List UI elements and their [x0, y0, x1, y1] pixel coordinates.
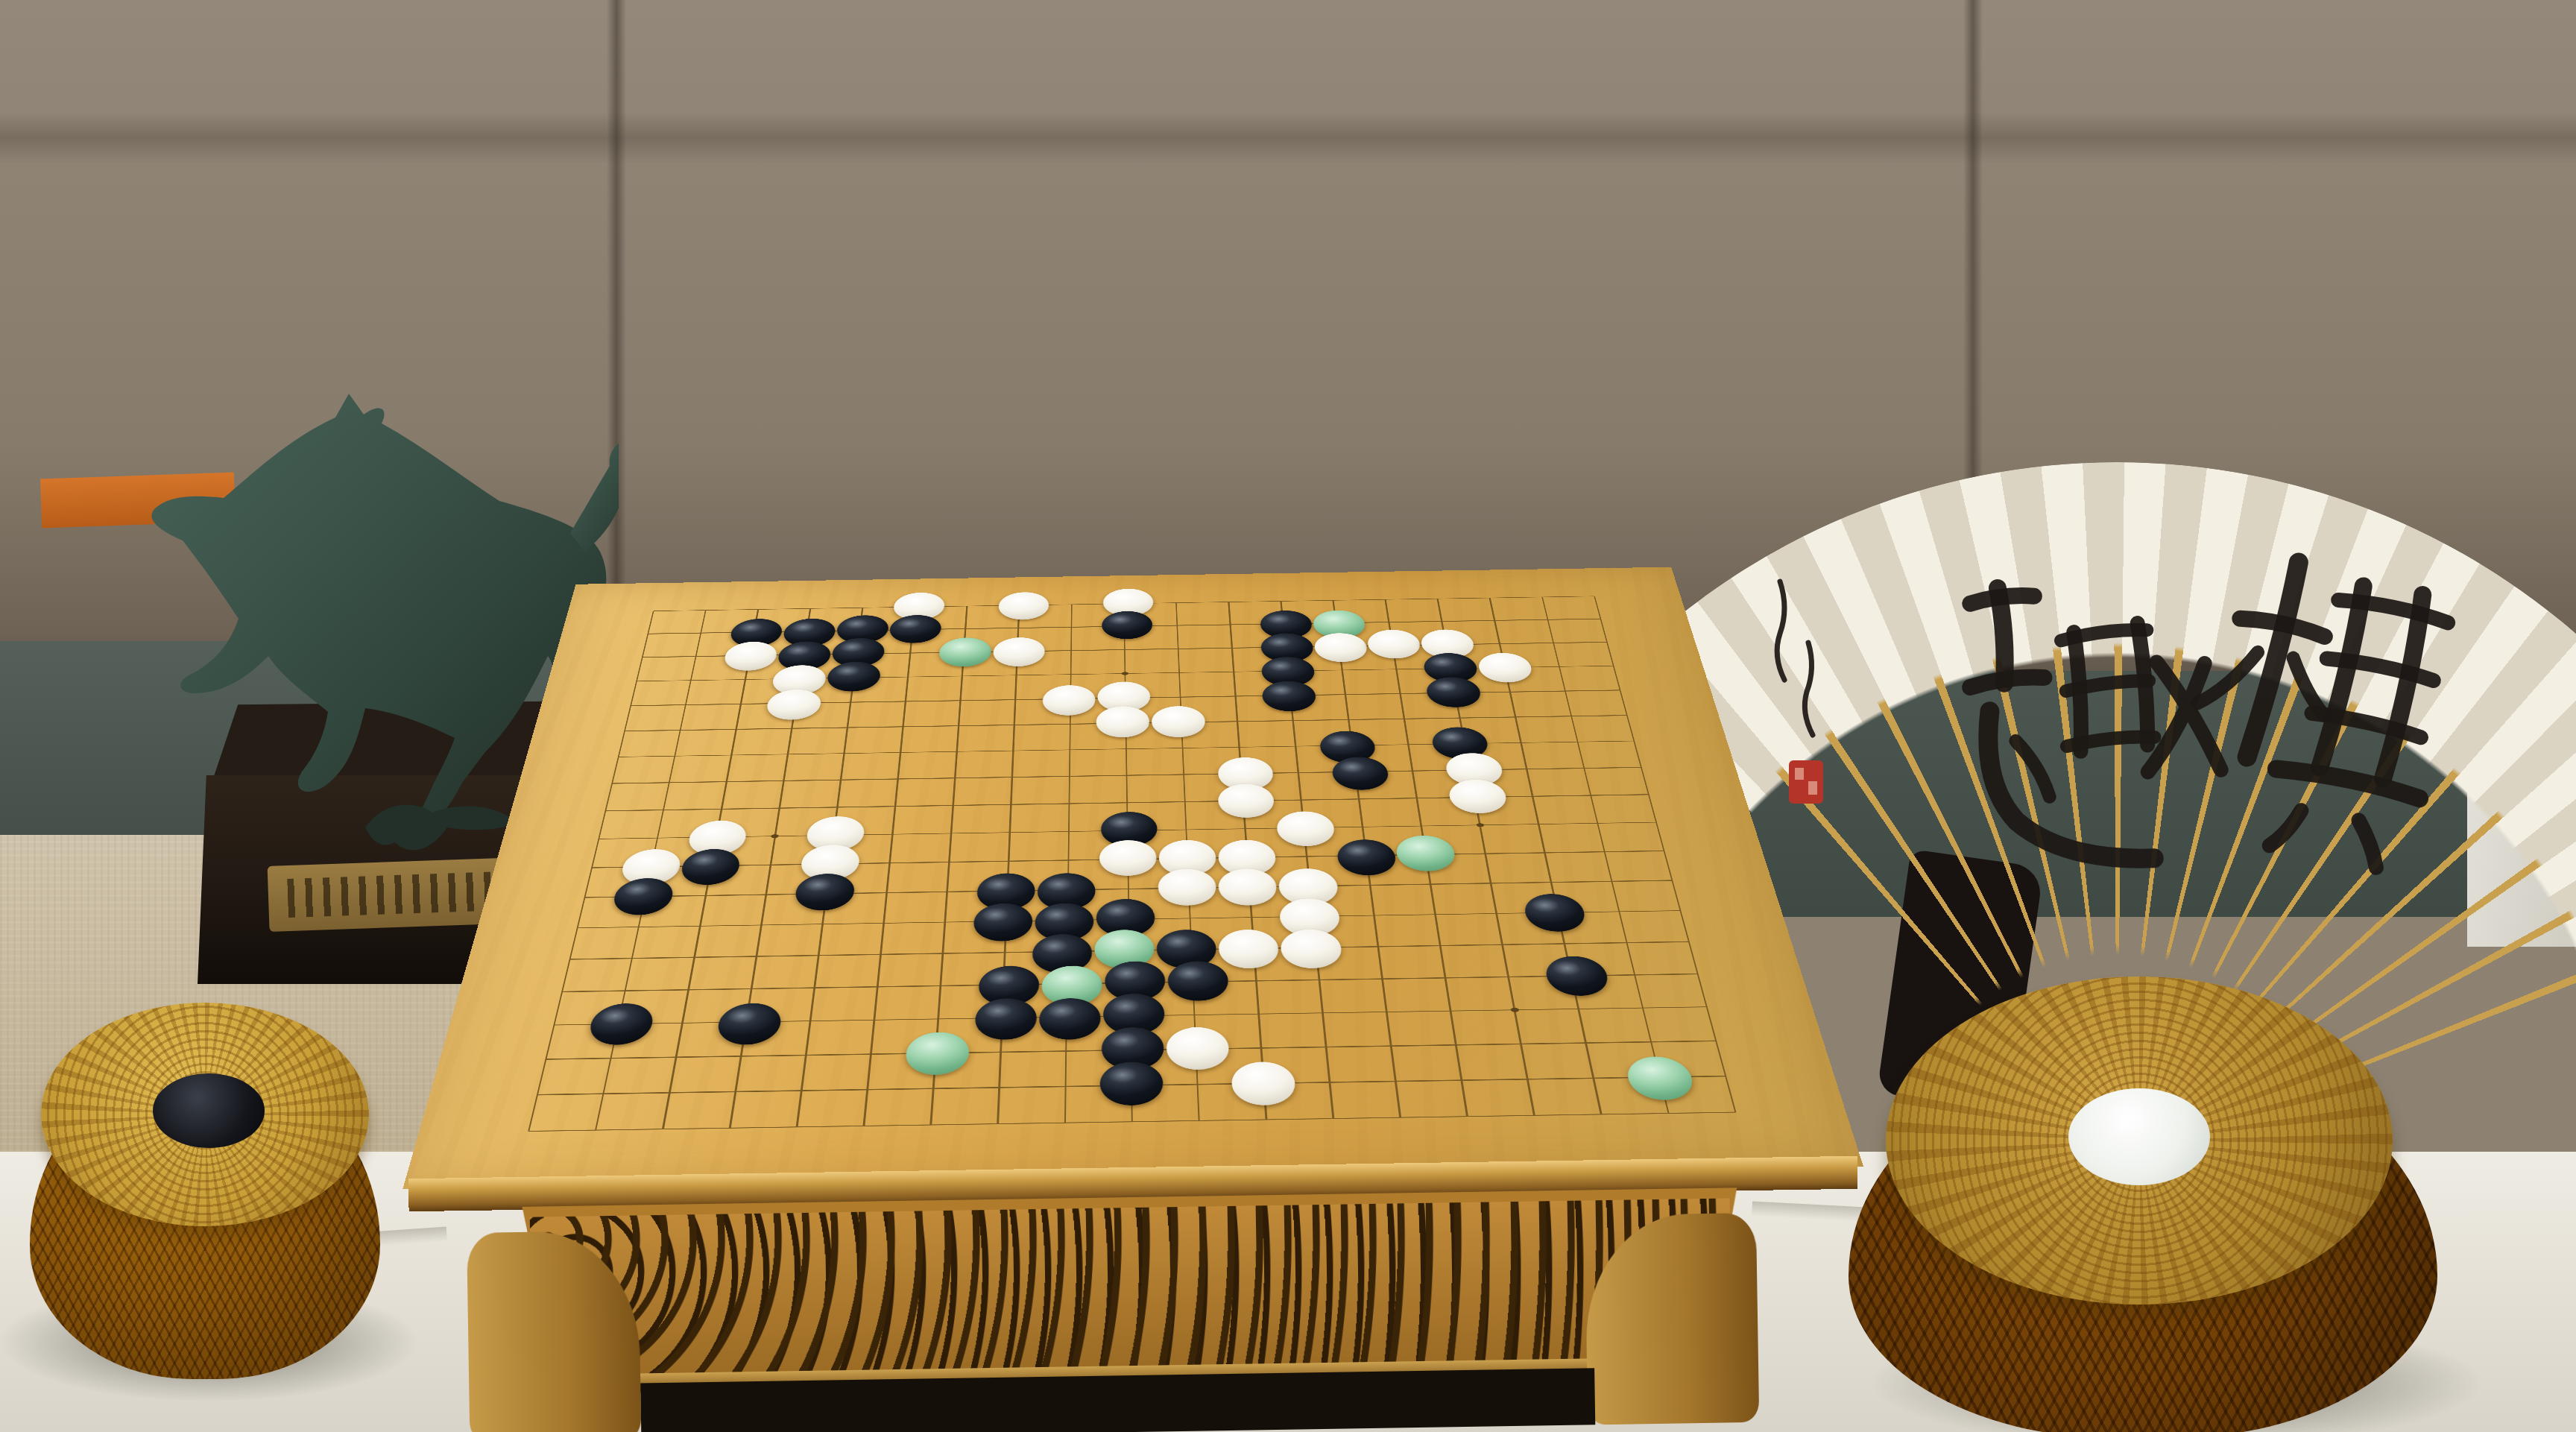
board-intersection[interactable] — [1409, 587, 1466, 611]
board-intersection[interactable] — [761, 1108, 833, 1146]
board-intersection[interactable] — [748, 794, 810, 822]
board-intersection[interactable] — [625, 1110, 699, 1148]
board-intersection[interactable] — [1623, 1059, 1697, 1096]
board-intersection[interactable] — [678, 851, 743, 880]
board-intersection[interactable] — [619, 622, 677, 646]
black-go-stone[interactable] — [1424, 677, 1483, 708]
board-intersection[interactable] — [1378, 731, 1439, 758]
board-intersection[interactable] — [1583, 654, 1644, 678]
board-intersection[interactable] — [896, 1106, 965, 1144]
board-intersection[interactable] — [1043, 686, 1098, 711]
board-intersection[interactable] — [728, 909, 795, 941]
board-intersection[interactable] — [1311, 634, 1368, 659]
stone-bowl-left[interactable] — [15, 962, 402, 1424]
board-intersection[interactable] — [794, 878, 858, 909]
board-intersection[interactable] — [877, 689, 934, 715]
white-go-stone[interactable] — [1166, 1026, 1230, 1070]
white-go-stone[interactable] — [1158, 868, 1217, 906]
board-intersection[interactable] — [1462, 587, 1519, 610]
board-intersection[interactable] — [1412, 961, 1480, 994]
board-intersection[interactable] — [1222, 933, 1286, 965]
board-intersection[interactable] — [1038, 845, 1098, 875]
board-intersection[interactable] — [874, 713, 932, 739]
board-intersection[interactable] — [625, 824, 689, 853]
board-intersection[interactable] — [930, 713, 988, 739]
board-intersection[interactable] — [1382, 757, 1443, 785]
white-go-stone[interactable] — [1217, 783, 1275, 818]
board-intersection[interactable] — [1203, 613, 1257, 637]
board-intersection[interactable] — [1631, 836, 1699, 866]
board-intersection[interactable] — [836, 1036, 905, 1072]
board-intersection[interactable] — [1228, 1030, 1295, 1066]
black-go-stone[interactable] — [587, 1003, 657, 1046]
board-intersection[interactable] — [640, 1040, 712, 1076]
board-intersection[interactable] — [858, 848, 921, 878]
board-intersection[interactable] — [573, 797, 638, 825]
board-intersection[interactable] — [1603, 728, 1666, 754]
board-intersection[interactable] — [921, 818, 981, 848]
board-intersection[interactable] — [1592, 927, 1662, 959]
board-intersection[interactable] — [1444, 783, 1507, 811]
board-intersection[interactable] — [885, 618, 940, 642]
board-intersection[interactable] — [1607, 991, 1679, 1025]
black-go-stone[interactable] — [974, 998, 1038, 1041]
board-intersection[interactable] — [1513, 585, 1570, 608]
board-intersection[interactable] — [1266, 733, 1325, 760]
board-intersection[interactable] — [1697, 1094, 1774, 1132]
board-intersection[interactable] — [908, 969, 973, 1003]
board-intersection[interactable] — [1506, 810, 1571, 839]
board-intersection[interactable] — [1421, 1027, 1491, 1063]
board-intersection[interactable] — [1287, 963, 1353, 997]
board-intersection[interactable] — [1589, 678, 1651, 703]
board-intersection[interactable] — [970, 1001, 1035, 1036]
board-intersection[interactable] — [865, 792, 925, 821]
white-go-stone[interactable] — [1217, 868, 1278, 906]
board-intersection[interactable] — [604, 911, 672, 943]
board-intersection[interactable] — [1403, 899, 1469, 931]
board-intersection[interactable] — [1335, 841, 1398, 871]
board-intersection[interactable] — [1224, 964, 1289, 997]
board-intersection[interactable] — [1398, 869, 1463, 900]
board-intersection[interactable] — [1368, 657, 1426, 682]
board-intersection[interactable] — [766, 690, 825, 716]
board-intersection[interactable] — [1468, 929, 1536, 962]
board-intersection[interactable] — [1215, 814, 1276, 843]
board-intersection[interactable] — [1609, 754, 1674, 781]
board-intersection[interactable] — [1325, 758, 1386, 786]
board-intersection[interactable] — [684, 822, 748, 851]
board-intersection[interactable] — [1218, 871, 1281, 902]
board-intersection[interactable] — [1098, 845, 1158, 874]
board-intersection[interactable] — [644, 742, 706, 769]
board-intersection[interactable] — [1041, 763, 1098, 790]
board-intersection[interactable] — [913, 906, 976, 939]
board-intersection[interactable] — [587, 743, 649, 770]
board-intersection[interactable] — [677, 599, 734, 622]
board-intersection[interactable] — [1044, 615, 1097, 639]
board-intersection[interactable] — [978, 846, 1039, 876]
board-intersection[interactable] — [722, 940, 789, 973]
board-intersection[interactable] — [1231, 1101, 1301, 1139]
board-intersection[interactable] — [1374, 706, 1434, 732]
board-intersection[interactable] — [993, 593, 1046, 616]
board-intersection[interactable] — [1565, 584, 1623, 608]
board-intersection[interactable] — [1559, 781, 1623, 810]
board-intersection[interactable] — [558, 1111, 633, 1149]
black-go-stone[interactable] — [1167, 961, 1230, 1002]
board-intersection[interactable] — [840, 1003, 907, 1038]
board-intersection[interactable] — [711, 691, 771, 717]
white-go-stone[interactable] — [1366, 629, 1422, 659]
board-intersection[interactable] — [973, 936, 1037, 969]
board-intersection[interactable] — [1099, 1103, 1167, 1141]
board-intersection[interactable] — [721, 643, 779, 668]
board-intersection[interactable] — [619, 852, 684, 882]
board-intersection[interactable] — [1039, 817, 1098, 846]
board-intersection[interactable] — [716, 667, 774, 693]
board-intersection[interactable] — [778, 619, 835, 643]
board-intersection[interactable] — [611, 881, 678, 912]
board-intersection[interactable] — [1357, 588, 1413, 611]
board-intersection[interactable] — [757, 741, 818, 768]
board-intersection[interactable] — [1364, 634, 1421, 658]
board-intersection[interactable] — [1210, 734, 1268, 760]
board-intersection[interactable] — [926, 764, 985, 792]
board-intersection[interactable] — [607, 669, 667, 694]
board-intersection[interactable] — [739, 850, 803, 880]
board-intersection[interactable] — [980, 818, 1040, 847]
stone-bowl-right[interactable] — [1826, 932, 2482, 1432]
board-intersection[interactable] — [1044, 662, 1098, 687]
board-intersection[interactable] — [825, 665, 883, 690]
white-go-stone[interactable] — [1099, 839, 1157, 876]
board-intersection[interactable] — [600, 693, 661, 719]
board-intersection[interactable] — [566, 1076, 640, 1113]
board-intersection[interactable] — [1416, 994, 1486, 1028]
board-intersection[interactable] — [1319, 707, 1378, 733]
board-intersection[interactable] — [1365, 1099, 1436, 1137]
board-intersection[interactable] — [1034, 1000, 1099, 1035]
board-intersection[interactable] — [985, 737, 1042, 764]
bowl-lid[interactable] — [41, 1003, 369, 1226]
black-go-stone[interactable] — [1521, 894, 1588, 933]
black-go-stone[interactable] — [1102, 611, 1153, 640]
board-intersection[interactable] — [1585, 896, 1653, 928]
board-intersection[interactable] — [1225, 997, 1292, 1031]
board-intersection[interactable] — [1490, 729, 1552, 756]
board-intersection[interactable] — [1098, 710, 1154, 736]
board-intersection[interactable] — [1229, 1065, 1298, 1102]
board-intersection[interactable] — [693, 1109, 766, 1147]
board-intersection[interactable] — [500, 1076, 575, 1114]
board-intersection[interactable] — [776, 1004, 845, 1039]
jade-go-stone[interactable] — [1623, 1056, 1697, 1101]
board-intersection[interactable] — [597, 942, 666, 975]
board-intersection[interactable] — [1098, 762, 1155, 789]
jade-go-stone[interactable] — [1395, 835, 1457, 871]
board-intersection[interactable] — [1565, 1096, 1640, 1134]
board-intersection[interactable] — [1216, 842, 1278, 872]
board-intersection[interactable] — [689, 795, 753, 823]
board-intersection[interactable] — [967, 1035, 1034, 1070]
white-go-stone[interactable] — [1218, 929, 1281, 968]
board-intersection[interactable] — [771, 1038, 840, 1073]
board-intersection[interactable] — [828, 1107, 899, 1145]
board-intersection[interactable] — [1495, 755, 1558, 783]
board-intersection[interactable] — [780, 971, 847, 1005]
board-intersection[interactable] — [566, 824, 631, 854]
board-intersection[interactable] — [1040, 789, 1098, 818]
board-intersection[interactable] — [1158, 873, 1220, 903]
board-intersection[interactable] — [971, 968, 1035, 1002]
board-intersection[interactable] — [1345, 930, 1412, 963]
board-intersection[interactable] — [1155, 788, 1214, 816]
board-intersection[interactable] — [1257, 635, 1313, 660]
board-intersection[interactable] — [1386, 784, 1448, 813]
black-go-stone[interactable] — [1099, 1062, 1164, 1106]
board-intersection[interactable] — [558, 853, 625, 883]
board-intersection[interactable] — [1474, 960, 1544, 994]
board-intersection[interactable] — [1207, 684, 1264, 709]
board-intersection[interactable] — [1638, 865, 1707, 895]
board-intersection[interactable] — [1260, 658, 1316, 684]
board-intersection[interactable] — [1357, 1029, 1426, 1064]
board-intersection[interactable] — [1308, 611, 1364, 635]
board-intersection[interactable] — [590, 974, 660, 1008]
board-intersection[interactable] — [1037, 904, 1099, 936]
board-intersection[interactable] — [934, 663, 990, 689]
board-intersection[interactable] — [916, 877, 979, 908]
board-intersection[interactable] — [1098, 736, 1155, 763]
board-intersection[interactable] — [672, 621, 730, 645]
board-intersection[interactable] — [543, 912, 611, 944]
board-intersection[interactable] — [1688, 1058, 1764, 1094]
black-go-stone[interactable] — [793, 874, 856, 911]
board-intersection[interactable] — [1152, 660, 1207, 686]
white-go-stone[interactable] — [1231, 1062, 1297, 1106]
board-intersection[interactable] — [899, 1070, 967, 1107]
board-intersection[interactable] — [774, 643, 832, 667]
jade-go-stone[interactable] — [905, 1032, 970, 1075]
board-intersection[interactable] — [666, 644, 725, 669]
board-intersection[interactable] — [1557, 1060, 1631, 1097]
board-intersection[interactable] — [964, 1105, 1032, 1143]
board-intersection[interactable] — [666, 910, 733, 942]
board-intersection[interactable] — [1213, 786, 1273, 815]
board-intersection[interactable] — [918, 847, 980, 877]
board-intersection[interactable] — [910, 937, 974, 970]
board-intersection[interactable] — [1284, 932, 1349, 965]
board-intersection[interactable] — [1394, 840, 1458, 870]
board-intersection[interactable] — [1281, 900, 1345, 933]
board-intersection[interactable] — [814, 740, 874, 767]
board-intersection[interactable] — [1153, 709, 1210, 735]
board-intersection[interactable] — [923, 791, 982, 819]
board-intersection[interactable] — [1541, 703, 1603, 729]
board-intersection[interactable] — [940, 594, 994, 617]
board-intersection[interactable] — [575, 1041, 647, 1076]
board-intersection[interactable] — [672, 880, 738, 912]
board-intersection[interactable] — [1041, 736, 1098, 763]
board-intersection[interactable] — [1543, 991, 1614, 1026]
board-intersection[interactable] — [986, 712, 1043, 738]
board-intersection[interactable] — [1480, 679, 1541, 704]
black-go-stone[interactable] — [888, 614, 942, 643]
board-intersection[interactable] — [1600, 958, 1670, 991]
board-intersection[interactable] — [1045, 593, 1098, 616]
board-intersection[interactable] — [782, 597, 838, 620]
board-intersection[interactable] — [1289, 996, 1356, 1030]
board-intersection[interactable] — [1431, 1098, 1504, 1136]
board-intersection[interactable] — [1524, 897, 1592, 929]
board-intersection[interactable] — [905, 1002, 971, 1037]
board-intersection[interactable] — [1331, 813, 1394, 842]
board-intersection[interactable] — [789, 908, 854, 940]
board-intersection[interactable] — [845, 970, 911, 1003]
board-intersection[interactable] — [1154, 734, 1211, 761]
board-intersection[interactable] — [1614, 1024, 1688, 1060]
board-intersection[interactable] — [1155, 761, 1213, 789]
board-intersection[interactable] — [1295, 1064, 1364, 1100]
board-intersection[interactable] — [1480, 993, 1550, 1027]
board-intersection[interactable] — [1662, 957, 1734, 991]
board-intersection[interactable] — [1342, 900, 1407, 932]
board-intersection[interactable] — [1349, 962, 1416, 996]
board-intersection[interactable] — [1550, 1025, 1623, 1061]
board-intersection[interactable] — [1206, 659, 1262, 684]
board-intersection[interactable] — [928, 738, 986, 765]
board-intersection[interactable] — [1032, 1068, 1099, 1105]
board-intersection[interactable] — [1631, 1094, 1707, 1132]
board-intersection[interactable] — [1679, 1023, 1754, 1059]
white-go-stone[interactable] — [1476, 652, 1534, 683]
board-intersection[interactable] — [637, 769, 700, 796]
board-intersection[interactable] — [593, 718, 655, 744]
board-intersection[interactable] — [1163, 1032, 1229, 1067]
board-intersection[interactable] — [1099, 1067, 1165, 1104]
board-intersection[interactable] — [526, 975, 597, 1009]
board-intersection[interactable] — [990, 639, 1044, 663]
board-intersection[interactable] — [1448, 810, 1512, 839]
board-intersection[interactable] — [1044, 638, 1098, 663]
board-intersection[interactable] — [1565, 809, 1630, 838]
board-intersection[interactable] — [982, 790, 1041, 818]
board-intersection[interactable] — [1316, 682, 1374, 707]
board-intersection[interactable] — [1031, 1104, 1099, 1142]
black-go-stone[interactable] — [610, 878, 676, 915]
board-intersection[interactable] — [1306, 589, 1361, 612]
board-intersection[interactable] — [647, 1006, 717, 1041]
white-go-stone[interactable] — [1447, 779, 1509, 813]
board-intersection[interactable] — [661, 668, 721, 693]
board-intersection[interactable] — [1623, 808, 1690, 837]
board-intersection[interactable] — [1426, 680, 1486, 705]
board-intersection[interactable] — [518, 1008, 590, 1043]
board-intersection[interactable] — [1646, 895, 1715, 927]
board-intersection[interactable] — [509, 1041, 582, 1077]
board-intersection[interactable] — [1278, 871, 1342, 901]
board-intersection[interactable] — [1501, 782, 1565, 810]
board-intersection[interactable] — [932, 688, 988, 713]
board-intersection[interactable] — [991, 616, 1045, 640]
board-intersection[interactable] — [1098, 637, 1152, 662]
board-intersection[interactable] — [1426, 1062, 1497, 1099]
board-intersection[interactable] — [1298, 1100, 1369, 1138]
board-intersection[interactable] — [855, 877, 918, 909]
board-intersection[interactable] — [625, 599, 682, 622]
board-intersection[interactable] — [730, 598, 786, 621]
board-intersection[interactable] — [988, 687, 1044, 713]
board-intersection[interactable] — [1273, 813, 1335, 842]
board-intersection[interactable] — [1264, 707, 1322, 734]
board-intersection[interactable] — [1571, 607, 1630, 631]
board-intersection[interactable] — [1530, 927, 1600, 960]
board-intersection[interactable] — [725, 620, 783, 644]
board-intersection[interactable] — [1150, 614, 1204, 637]
board-intersection[interactable] — [650, 717, 711, 743]
board-intersection[interactable] — [847, 939, 913, 971]
board-intersection[interactable] — [766, 1072, 837, 1109]
board-intersection[interactable] — [1353, 994, 1421, 1029]
board-intersection[interactable] — [1596, 702, 1658, 728]
board-intersection[interactable] — [833, 1071, 902, 1108]
board-intersection[interactable] — [883, 641, 938, 666]
board-intersection[interactable] — [1262, 683, 1319, 708]
board-intersection[interactable] — [631, 795, 695, 824]
board-intersection[interactable] — [1518, 608, 1577, 631]
board-intersection[interactable] — [699, 1073, 771, 1111]
board-intersection[interactable] — [868, 766, 927, 793]
bowl-lid[interactable] — [1886, 977, 2393, 1305]
board-intersection[interactable] — [1407, 930, 1474, 962]
board-intersection[interactable] — [582, 1007, 654, 1042]
board-intersection[interactable] — [1220, 901, 1284, 933]
board-intersection[interactable] — [1212, 760, 1271, 787]
board-intersection[interactable] — [1616, 780, 1682, 809]
board-intersection[interactable] — [902, 1035, 969, 1071]
board-intersection[interactable] — [695, 768, 757, 795]
board-intersection[interactable] — [1208, 708, 1266, 734]
board-intersection[interactable] — [633, 1074, 705, 1111]
board-intersection[interactable] — [1654, 926, 1725, 959]
board-intersection[interactable] — [660, 941, 727, 974]
board-intersection[interactable] — [1151, 637, 1205, 661]
board-intersection[interactable] — [1254, 590, 1308, 613]
board-intersection[interactable] — [1035, 967, 1098, 1000]
board-intersection[interactable] — [1164, 1066, 1232, 1103]
board-intersection[interactable] — [988, 663, 1044, 688]
board-intersection[interactable] — [655, 692, 716, 718]
board-intersection[interactable] — [1453, 839, 1518, 868]
board-intersection[interactable] — [701, 742, 762, 769]
board-intersection[interactable] — [862, 820, 924, 849]
board-intersection[interactable] — [1322, 732, 1382, 759]
board-intersection[interactable] — [1150, 591, 1203, 614]
board-intersection[interactable] — [1524, 631, 1583, 655]
board-intersection[interactable] — [1271, 786, 1331, 814]
board-intersection[interactable] — [580, 769, 643, 797]
board-intersection[interactable] — [1036, 936, 1099, 968]
board-intersection[interactable] — [880, 664, 936, 690]
board-intersection[interactable] — [871, 739, 929, 766]
board-intersection[interactable] — [551, 882, 619, 913]
board-intersection[interactable] — [534, 943, 604, 976]
board-intersection[interactable] — [818, 714, 877, 740]
black-go-stone[interactable] — [826, 661, 882, 692]
board-intersection[interactable] — [1497, 1097, 1571, 1135]
board-intersection[interactable] — [975, 906, 1038, 938]
